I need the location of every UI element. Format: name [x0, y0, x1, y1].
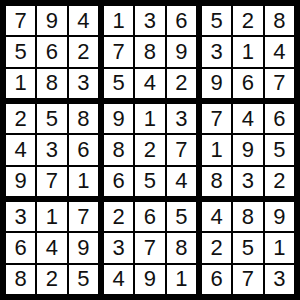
- cell-r9c8[interactable]: 7: [233, 265, 262, 294]
- cell-r5c7[interactable]: 1: [202, 135, 231, 164]
- cell-r3c3[interactable]: 3: [69, 69, 98, 98]
- cell-r7c9[interactable]: 9: [265, 202, 294, 231]
- cell-r2c2[interactable]: 6: [37, 37, 66, 66]
- cell-r4c8[interactable]: 4: [233, 104, 262, 133]
- cell-r2c7[interactable]: 3: [202, 37, 231, 66]
- sudoku-box-0-2: 528314967: [202, 6, 294, 98]
- cell-r4c1[interactable]: 2: [6, 104, 35, 133]
- cell-r7c2[interactable]: 1: [37, 202, 66, 231]
- cell-r9c4[interactable]: 4: [104, 265, 133, 294]
- cell-r7c5[interactable]: 6: [135, 202, 164, 231]
- cell-r7c6[interactable]: 5: [167, 202, 196, 231]
- cell-r6c7[interactable]: 8: [202, 167, 231, 196]
- cell-r4c2[interactable]: 5: [37, 104, 66, 133]
- cell-r4c9[interactable]: 6: [265, 104, 294, 133]
- cell-r5c3[interactable]: 6: [69, 135, 98, 164]
- cell-r1c7[interactable]: 5: [202, 6, 231, 35]
- cell-r8c5[interactable]: 7: [135, 233, 164, 262]
- cell-r5c1[interactable]: 4: [6, 135, 35, 164]
- cell-r9c7[interactable]: 6: [202, 265, 231, 294]
- cell-r2c5[interactable]: 8: [135, 37, 164, 66]
- sudoku-box-2-2: 489251673: [202, 202, 294, 294]
- cell-r8c8[interactable]: 5: [233, 233, 262, 262]
- cell-r8c7[interactable]: 2: [202, 233, 231, 262]
- cell-r6c9[interactable]: 2: [265, 167, 294, 196]
- cell-r1c8[interactable]: 2: [233, 6, 262, 35]
- cell-r2c9[interactable]: 4: [265, 37, 294, 66]
- cell-r7c3[interactable]: 7: [69, 202, 98, 231]
- cell-r7c1[interactable]: 3: [6, 202, 35, 231]
- cell-r9c1[interactable]: 8: [6, 265, 35, 294]
- sudoku-box-0-1: 136789542: [104, 6, 196, 98]
- cell-r6c6[interactable]: 4: [167, 167, 196, 196]
- cell-r8c4[interactable]: 3: [104, 233, 133, 262]
- cell-r8c3[interactable]: 9: [69, 233, 98, 262]
- cell-r4c4[interactable]: 9: [104, 104, 133, 133]
- cell-r3c2[interactable]: 8: [37, 69, 66, 98]
- cell-r1c6[interactable]: 6: [167, 6, 196, 35]
- cell-r5c6[interactable]: 7: [167, 135, 196, 164]
- cell-r9c2[interactable]: 2: [37, 265, 66, 294]
- cell-r8c2[interactable]: 4: [37, 233, 66, 262]
- cell-r8c6[interactable]: 8: [167, 233, 196, 262]
- cell-r2c1[interactable]: 5: [6, 37, 35, 66]
- cell-r1c2[interactable]: 9: [37, 6, 66, 35]
- cell-r8c1[interactable]: 6: [6, 233, 35, 262]
- cell-r4c3[interactable]: 8: [69, 104, 98, 133]
- cell-r2c4[interactable]: 7: [104, 37, 133, 66]
- sudoku-box-1-0: 258436971: [6, 104, 98, 196]
- cell-r9c9[interactable]: 3: [265, 265, 294, 294]
- cell-r7c7[interactable]: 4: [202, 202, 231, 231]
- cell-r6c4[interactable]: 6: [104, 167, 133, 196]
- cell-r7c8[interactable]: 8: [233, 202, 262, 231]
- sudoku-box-2-0: 317649825: [6, 202, 98, 294]
- cell-r7c4[interactable]: 2: [104, 202, 133, 231]
- cell-r2c3[interactable]: 2: [69, 37, 98, 66]
- cell-r3c7[interactable]: 9: [202, 69, 231, 98]
- cell-r4c7[interactable]: 7: [202, 104, 231, 133]
- cell-r3c8[interactable]: 6: [233, 69, 262, 98]
- cell-r6c3[interactable]: 1: [69, 167, 98, 196]
- sudoku-box-0-0: 794562183: [6, 6, 98, 98]
- cell-r8c9[interactable]: 1: [265, 233, 294, 262]
- cell-r6c1[interactable]: 9: [6, 167, 35, 196]
- cell-r3c1[interactable]: 1: [6, 69, 35, 98]
- cell-r4c6[interactable]: 3: [167, 104, 196, 133]
- sudoku-board: 7945621831367895425283149672584369719138…: [0, 0, 300, 300]
- cell-r4c5[interactable]: 1: [135, 104, 164, 133]
- cell-r5c2[interactable]: 3: [37, 135, 66, 164]
- sudoku-box-2-1: 265378491: [104, 202, 196, 294]
- cell-r1c4[interactable]: 1: [104, 6, 133, 35]
- cell-r5c9[interactable]: 5: [265, 135, 294, 164]
- sudoku-box-1-2: 746195832: [202, 104, 294, 196]
- cell-r3c9[interactable]: 7: [265, 69, 294, 98]
- cell-r6c5[interactable]: 5: [135, 167, 164, 196]
- sudoku-box-1-1: 913827654: [104, 104, 196, 196]
- cell-r1c1[interactable]: 7: [6, 6, 35, 35]
- cell-r1c5[interactable]: 3: [135, 6, 164, 35]
- cell-r2c6[interactable]: 9: [167, 37, 196, 66]
- cell-r5c8[interactable]: 9: [233, 135, 262, 164]
- cell-r1c3[interactable]: 4: [69, 6, 98, 35]
- cell-r2c8[interactable]: 1: [233, 37, 262, 66]
- cell-r3c5[interactable]: 4: [135, 69, 164, 98]
- cell-r6c2[interactable]: 7: [37, 167, 66, 196]
- cell-r5c5[interactable]: 2: [135, 135, 164, 164]
- cell-r3c4[interactable]: 5: [104, 69, 133, 98]
- cell-r9c3[interactable]: 5: [69, 265, 98, 294]
- cell-r3c6[interactable]: 2: [167, 69, 196, 98]
- cell-r9c6[interactable]: 1: [167, 265, 196, 294]
- cell-r6c8[interactable]: 3: [233, 167, 262, 196]
- cell-r5c4[interactable]: 8: [104, 135, 133, 164]
- cell-r1c9[interactable]: 8: [265, 6, 294, 35]
- cell-r9c5[interactable]: 9: [135, 265, 164, 294]
